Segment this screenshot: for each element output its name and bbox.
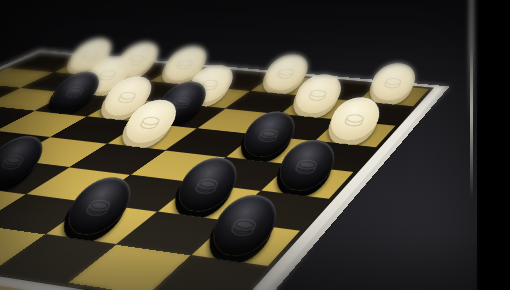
black-checker-glyph: ⛂ <box>0 147 33 175</box>
board-scene: ⛀⛀⛀⛀⛀⛀⛀⛀⛂⛀⛂⛀⛀⛂⛂⛂⛂⛂⛂ <box>0 0 510 290</box>
board-frame-mat: ⛀⛀⛀⛀⛀⛀⛀⛀⛂⛀⛂⛀⛀⛂⛂⛂⛂⛂⛂ <box>0 52 434 290</box>
white-checker-glyph: ⛀ <box>381 71 405 91</box>
black-checker-glyph: ⛂ <box>255 121 285 146</box>
checkers-photo: ⛀⛀⛀⛀⛀⛀⛀⛀⛂⛀⛂⛀⛀⛂⛂⛂⛂⛂⛂ <box>0 0 510 290</box>
white-checker-glyph: ⛀ <box>341 107 369 131</box>
white-checker-glyph: ⛀ <box>113 85 142 107</box>
black-checker-glyph: ⛂ <box>80 189 119 221</box>
white-checker-glyph: ⛀ <box>305 83 331 104</box>
white-checker-glyph: ⛀ <box>173 54 199 73</box>
square-c8-r2: ⛂ <box>191 221 300 266</box>
board-grid: ⛀⛀⛀⛀⛀⛀⛀⛀⛂⛀⛂⛀⛀⛂⛂⛂⛂⛂⛂ <box>0 54 429 290</box>
white-checker-piece[interactable]: ⛀ <box>366 61 421 102</box>
wall-edge-line <box>470 0 473 198</box>
white-checker-glyph: ⛀ <box>135 109 166 133</box>
square-c7-r1 <box>69 245 190 290</box>
black-checker-glyph: ⛂ <box>226 208 264 242</box>
black-checker-glyph: ⛂ <box>291 151 323 179</box>
black-checker-glyph: ⛂ <box>191 169 226 199</box>
black-checker-glyph: ⛂ <box>61 80 90 101</box>
background-black-strip <box>477 0 510 290</box>
checkers-board: ⛀⛀⛀⛀⛀⛀⛀⛀⛂⛀⛂⛀⛀⛂⛂⛂⛂⛂⛂ <box>0 50 450 290</box>
white-checker-glyph: ⛀ <box>274 62 299 82</box>
